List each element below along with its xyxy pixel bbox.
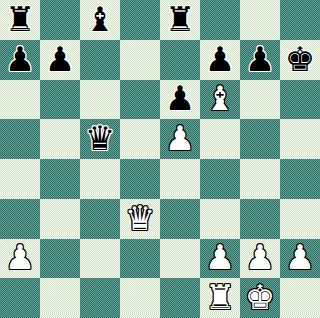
square-f8[interactable] — [200, 0, 240, 40]
square-a3[interactable] — [0, 199, 40, 239]
square-g4[interactable] — [240, 159, 280, 199]
square-g5[interactable] — [240, 119, 280, 159]
piece-white-pawn[interactable]: ♟ — [165, 121, 195, 155]
square-a7[interactable]: ♟ — [0, 40, 40, 80]
square-c1[interactable] — [80, 278, 120, 318]
square-d4[interactable] — [120, 159, 160, 199]
square-a4[interactable] — [0, 159, 40, 199]
square-c7[interactable] — [80, 40, 120, 80]
piece-black-pawn[interactable]: ♟ — [245, 42, 275, 76]
square-d5[interactable] — [120, 119, 160, 159]
square-c4[interactable] — [80, 159, 120, 199]
square-h5[interactable] — [280, 119, 320, 159]
piece-white-pawn[interactable]: ♟ — [5, 240, 35, 274]
piece-white-king[interactable]: ♚ — [245, 280, 275, 314]
square-d6[interactable] — [120, 80, 160, 120]
square-g6[interactable] — [240, 80, 280, 120]
square-g7[interactable]: ♟ — [240, 40, 280, 80]
square-a5[interactable] — [0, 119, 40, 159]
square-f1[interactable]: ♜ — [200, 278, 240, 318]
square-d1[interactable] — [120, 278, 160, 318]
square-a6[interactable] — [0, 80, 40, 120]
square-c3[interactable] — [80, 199, 120, 239]
square-h2[interactable]: ♟ — [280, 239, 320, 279]
square-e6[interactable]: ♟ — [160, 80, 200, 120]
square-f7[interactable]: ♟ — [200, 40, 240, 80]
square-c8[interactable]: ♝ — [80, 0, 120, 40]
square-h1[interactable] — [280, 278, 320, 318]
square-h7[interactable]: ♚ — [280, 40, 320, 80]
square-h3[interactable] — [280, 199, 320, 239]
square-b2[interactable] — [40, 239, 80, 279]
square-d8[interactable] — [120, 0, 160, 40]
square-h8[interactable] — [280, 0, 320, 40]
square-b7[interactable]: ♟ — [40, 40, 80, 80]
square-e3[interactable] — [160, 199, 200, 239]
square-f5[interactable] — [200, 119, 240, 159]
square-f6[interactable]: ♝ — [200, 80, 240, 120]
piece-white-pawn[interactable]: ♟ — [205, 240, 235, 274]
square-d3[interactable]: ♛ — [120, 199, 160, 239]
square-d7[interactable] — [120, 40, 160, 80]
square-e2[interactable] — [160, 239, 200, 279]
piece-black-rook[interactable]: ♜ — [5, 2, 35, 36]
square-e4[interactable] — [160, 159, 200, 199]
square-e8[interactable]: ♜ — [160, 0, 200, 40]
piece-black-rook[interactable]: ♜ — [165, 2, 195, 36]
square-c6[interactable] — [80, 80, 120, 120]
square-g8[interactable] — [240, 0, 280, 40]
piece-black-pawn[interactable]: ♟ — [165, 81, 195, 115]
piece-white-pawn[interactable]: ♟ — [245, 240, 275, 274]
square-b4[interactable] — [40, 159, 80, 199]
square-e5[interactable]: ♟ — [160, 119, 200, 159]
chess-board: ♜♝♜♟♟♟♟♚♟♝♛♟♛♟♟♟♟♜♚ — [0, 0, 320, 318]
piece-black-pawn[interactable]: ♟ — [5, 42, 35, 76]
square-e7[interactable] — [160, 40, 200, 80]
square-a2[interactable]: ♟ — [0, 239, 40, 279]
piece-white-rook[interactable]: ♜ — [205, 280, 235, 314]
square-f3[interactable] — [200, 199, 240, 239]
piece-black-pawn[interactable]: ♟ — [205, 42, 235, 76]
square-b1[interactable] — [40, 278, 80, 318]
square-f2[interactable]: ♟ — [200, 239, 240, 279]
square-c2[interactable] — [80, 239, 120, 279]
piece-white-pawn[interactable]: ♟ — [285, 240, 315, 274]
square-g3[interactable] — [240, 199, 280, 239]
square-b6[interactable] — [40, 80, 80, 120]
piece-white-bishop[interactable]: ♝ — [205, 81, 235, 115]
square-h4[interactable] — [280, 159, 320, 199]
square-b5[interactable] — [40, 119, 80, 159]
piece-black-pawn[interactable]: ♟ — [45, 42, 75, 76]
square-b8[interactable] — [40, 0, 80, 40]
square-a8[interactable]: ♜ — [0, 0, 40, 40]
piece-white-queen[interactable]: ♛ — [125, 201, 155, 235]
square-f4[interactable] — [200, 159, 240, 199]
piece-black-bishop[interactable]: ♝ — [85, 2, 115, 36]
square-h6[interactable] — [280, 80, 320, 120]
piece-black-queen[interactable]: ♛ — [85, 121, 115, 155]
square-c5[interactable]: ♛ — [80, 119, 120, 159]
square-d2[interactable] — [120, 239, 160, 279]
piece-black-king[interactable]: ♚ — [285, 42, 315, 76]
square-e1[interactable] — [160, 278, 200, 318]
square-b3[interactable] — [40, 199, 80, 239]
square-g1[interactable]: ♚ — [240, 278, 280, 318]
square-g2[interactable]: ♟ — [240, 239, 280, 279]
square-a1[interactable] — [0, 278, 40, 318]
